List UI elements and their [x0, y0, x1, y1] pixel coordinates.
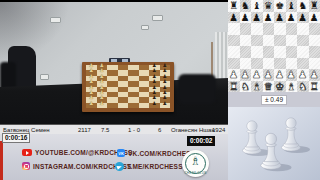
white-piece: ♟: [275, 69, 284, 80]
board-square: [297, 58, 309, 70]
physical-board-squares: ♟♟♟♟♟♟♟♟♟♟♟♟♟♟♟♟♟♟♟♟♟♟♟♟♟♟♟♟♟♟♟♟: [86, 65, 170, 108]
evaluation-strip: ± 0.49: [228, 92, 320, 107]
board-square: [309, 58, 320, 70]
black-piece: ♞: [241, 0, 250, 11]
board-square: ♟: [274, 12, 286, 24]
board-square: [286, 23, 298, 35]
black-piece: ♟: [229, 12, 238, 23]
board-square: ♚: [274, 81, 286, 93]
board-square: [297, 35, 309, 47]
board-square: [263, 23, 275, 35]
physical-board-square: [128, 103, 139, 108]
white-physical-piece: ♟: [100, 101, 104, 106]
board-square: ♝: [286, 0, 298, 12]
board-square: [297, 23, 309, 35]
black-piece: ♞: [298, 0, 307, 11]
broadcast-side-panel: ♜♞♝♛♚♝♞♜♟♟♟♟♟♟♟♟♟♟♟♟♟♟♟♟♜♞♝♛♚♝♞♜ ± 0.49: [228, 0, 320, 180]
white-piece: ♚: [275, 81, 284, 92]
board-square: ♜: [309, 81, 320, 93]
board-square: ♟: [297, 12, 309, 24]
office-chair-right: [178, 74, 216, 104]
board-square: [309, 23, 320, 35]
stream-timer-left: 0:00:16: [2, 133, 30, 143]
logo-chess-piece-icon: ♗: [182, 154, 209, 168]
board-square: ♝: [251, 81, 263, 93]
board-square: [309, 46, 320, 58]
board-square: [240, 23, 252, 35]
board-square: [251, 23, 263, 35]
white-physical-piece: ♟: [89, 101, 93, 106]
wall-switch: [152, 15, 163, 21]
board-square: ♛: [263, 81, 275, 93]
board-square: [228, 46, 240, 58]
board-square: ♜: [228, 81, 240, 93]
wall-switch: [141, 25, 149, 30]
board-square: ♞: [297, 0, 309, 12]
youtube-icon: [22, 149, 32, 156]
white-piece: ♞: [298, 81, 307, 92]
board-square: ♟: [263, 12, 275, 24]
board-square: ♟: [251, 69, 263, 81]
physical-board-square: [118, 103, 129, 108]
board-square: [251, 58, 263, 70]
white-piece: ♟: [310, 69, 319, 80]
physical-board-square: ♟: [149, 103, 160, 108]
white-piece: ♟: [264, 69, 273, 80]
board-square: [263, 58, 275, 70]
chess-club-logo: ♗ CHESS CLUB: [182, 150, 209, 177]
board-square: ♟: [240, 12, 252, 24]
board-square: [240, 58, 252, 70]
board-square: [286, 58, 298, 70]
board-square: ♟: [274, 69, 286, 81]
black-piece: ♟: [241, 12, 250, 23]
board-square: ♟: [251, 12, 263, 24]
white-piece: ♜: [229, 81, 238, 92]
pawns-artwork: [228, 107, 320, 180]
white-piece: ♝: [252, 81, 261, 92]
board-square: ♟: [228, 12, 240, 24]
black-physical-piece: ♟: [163, 101, 167, 106]
wall-socket: [40, 74, 49, 80]
stream-frame: ♟♟♟♟♟♟♟♟♟♟♟♟♟♟♟♟♟♟♟♟♟♟♟♟♟♟♟♟♟♟♟♟ Батвоне…: [0, 0, 320, 180]
webcam-view: ♟♟♟♟♟♟♟♟♟♟♟♟♟♟♟♟♟♟♟♟♟♟♟♟♟♟♟♟♟♟♟♟: [0, 0, 228, 126]
black-piece: ♟: [310, 12, 319, 23]
social-telegram: T.ME/KRDCHESS: [115, 162, 183, 171]
board-square: ♞: [297, 81, 309, 93]
board-square: [274, 58, 286, 70]
board-square: ♟: [286, 69, 298, 81]
board-square: ♟: [309, 69, 320, 81]
white-piece: ♛: [264, 81, 273, 92]
physical-board-square: ♟: [97, 103, 108, 108]
black-piece: ♝: [252, 0, 261, 11]
physical-chessboard: ♟♟♟♟♟♟♟♟♟♟♟♟♟♟♟♟♟♟♟♟♟♟♟♟♟♟♟♟♟♟♟♟: [82, 62, 174, 112]
board-square: [274, 35, 286, 47]
board-square: [286, 46, 298, 58]
board-square: [251, 46, 263, 58]
board-square: ♝: [251, 0, 263, 12]
black-piece: ♝: [287, 0, 296, 11]
board-square: ♟: [240, 69, 252, 81]
vk-icon: VK: [117, 149, 125, 157]
board-square: ♟: [286, 12, 298, 24]
board-square: ♟: [263, 69, 275, 81]
board-square: ♜: [309, 0, 320, 12]
board-square: ♜: [228, 0, 240, 12]
white-piece: ♟: [252, 69, 261, 80]
white-piece: ♜: [310, 81, 319, 92]
board-square: [240, 35, 252, 47]
engine-evaluation: ± 0.49: [261, 95, 287, 105]
board-square: ♝: [286, 81, 298, 93]
black-piece: ♜: [229, 0, 238, 11]
board-square: [309, 35, 320, 47]
board-square: ♟: [309, 12, 320, 24]
white-piece: ♟: [229, 69, 238, 80]
physical-board-square: ♟: [160, 103, 171, 108]
black-piece: ♟: [264, 12, 273, 23]
physical-board-square: [107, 103, 118, 108]
board-square: [228, 23, 240, 35]
board-square: [274, 23, 286, 35]
board-square: ♟: [228, 69, 240, 81]
overlay-bottom-bar: 0:00:16 0:00:02 YOUTUBE.COM/@KRDCHESS VK…: [0, 134, 228, 180]
stream-timer-right: 0:00:02: [187, 136, 215, 146]
physical-board-square: [139, 103, 150, 108]
social-youtube: YOUTUBE.COM/@KRDCHESS: [22, 149, 133, 156]
instagram-icon: [22, 162, 30, 170]
board-square: ♟: [297, 69, 309, 81]
physical-board-square: ♟: [86, 103, 97, 108]
board-square: [274, 46, 286, 58]
board-square: [263, 46, 275, 58]
red-accent-strip: [0, 141, 3, 180]
black-piece: ♟: [287, 12, 296, 23]
telegram-icon: [115, 162, 124, 171]
board-square: [251, 35, 263, 47]
board-square: [263, 35, 275, 47]
board-square: ♞: [240, 81, 252, 93]
telegram-handle: T.ME/KRDCHESS: [127, 163, 183, 170]
white-piece: ♟: [241, 69, 250, 80]
white-piece: ♟: [287, 69, 296, 80]
board-square: ♛: [263, 0, 275, 12]
black-piece: ♜: [310, 0, 319, 11]
board-square: [228, 35, 240, 47]
white-piece: ♞: [241, 81, 250, 92]
board-square: [228, 58, 240, 70]
board-square: ♞: [240, 0, 252, 12]
black-piece: ♟: [275, 12, 284, 23]
board-square: ♚: [274, 0, 286, 12]
board-square: [297, 46, 309, 58]
board-square: [240, 46, 252, 58]
digital-chessboard: ♜♞♝♛♚♝♞♜♟♟♟♟♟♟♟♟♟♟♟♟♟♟♟♟♜♞♝♛♚♝♞♜: [228, 0, 320, 92]
logo-bottom-text: CHESS CLUB: [182, 171, 209, 175]
black-piece: ♛: [264, 0, 273, 11]
black-physical-piece: ♟: [152, 101, 156, 106]
black-piece: ♟: [252, 12, 261, 23]
black-piece: ♚: [275, 0, 284, 11]
board-square: [286, 35, 298, 47]
black-piece: ♟: [298, 12, 307, 23]
white-piece: ♝: [287, 81, 296, 92]
wall-switch: [50, 17, 61, 23]
white-piece: ♟: [298, 69, 307, 80]
